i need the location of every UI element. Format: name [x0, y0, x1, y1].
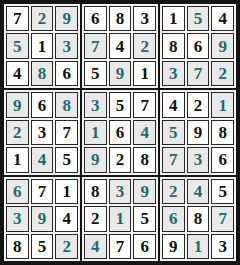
cell-r3c1-solved[interactable]: 4 [6, 61, 29, 86]
cell-r6c7-given[interactable]: 7 [162, 147, 185, 172]
cell-r8c5-given[interactable]: 1 [109, 206, 132, 231]
cell-r7c5-given[interactable]: 3 [109, 179, 132, 204]
cell-r8c8-solved[interactable]: 8 [187, 206, 210, 231]
cell-r6c1-solved[interactable]: 1 [6, 147, 29, 172]
cell-r8c3-solved[interactable]: 4 [55, 206, 78, 231]
box-1-2: 683742591 [81, 3, 159, 89]
cell-r2c5-solved[interactable]: 4 [109, 33, 132, 58]
cell-r1c8-given[interactable]: 5 [187, 6, 210, 31]
cell-r5c6-given[interactable]: 4 [133, 120, 156, 145]
cell-r4c7-solved[interactable]: 4 [162, 92, 185, 117]
cell-r1c4-solved[interactable]: 6 [84, 6, 107, 31]
box-1-3: 154869372 [159, 3, 237, 89]
cell-r1c6-solved[interactable]: 3 [133, 6, 156, 31]
cell-r7c9-solved[interactable]: 5 [211, 179, 234, 204]
cell-r4c8-solved[interactable]: 2 [187, 92, 210, 117]
cell-r1c2-given[interactable]: 2 [31, 6, 54, 31]
cell-r1c9-solved[interactable]: 4 [211, 6, 234, 31]
cell-r8c1-given[interactable]: 3 [6, 206, 29, 231]
cell-r7c1-given[interactable]: 6 [6, 179, 29, 204]
cell-r2c3-given[interactable]: 3 [55, 33, 78, 58]
box-1-1: 729513486 [3, 3, 81, 89]
cell-r6c2-given[interactable]: 4 [31, 147, 54, 172]
cell-r6c8-given[interactable]: 3 [187, 147, 210, 172]
cell-r9c7-solved[interactable]: 9 [162, 234, 185, 259]
cell-r9c8-given[interactable]: 1 [187, 234, 210, 259]
cell-r2c7-solved[interactable]: 8 [162, 33, 185, 58]
cell-r9c6-solved[interactable]: 6 [133, 234, 156, 259]
cell-r4c3-given[interactable]: 8 [55, 92, 78, 117]
cell-r6c9-solved[interactable]: 6 [211, 147, 234, 172]
cell-r4c2-solved[interactable]: 6 [31, 92, 54, 117]
box-2-3: 421598736 [159, 89, 237, 175]
cell-r5c3-solved[interactable]: 7 [55, 120, 78, 145]
cell-r2c1-given[interactable]: 5 [6, 33, 29, 58]
box-2-1: 968237145 [3, 89, 81, 175]
cell-r4c9-given[interactable]: 1 [211, 92, 234, 117]
cell-r4c5-solved[interactable]: 5 [109, 92, 132, 117]
cell-r2c9-given[interactable]: 9 [211, 33, 234, 58]
box-3-1: 671394852 [3, 176, 81, 262]
cell-r8c9-given[interactable]: 7 [211, 206, 234, 231]
cell-r9c3-given[interactable]: 2 [55, 234, 78, 259]
cell-r5c9-solved[interactable]: 8 [211, 120, 234, 145]
cell-r4c6-solved[interactable]: 7 [133, 92, 156, 117]
cell-r4c1-given[interactable]: 9 [6, 92, 29, 117]
cell-r3c9-given[interactable]: 2 [211, 61, 234, 86]
cell-r3c7-given[interactable]: 3 [162, 61, 185, 86]
cell-r8c4-solved[interactable]: 2 [84, 206, 107, 231]
cell-r9c4-given[interactable]: 4 [84, 234, 107, 259]
cell-r3c5-given[interactable]: 9 [109, 61, 132, 86]
cell-r6c5-solved[interactable]: 2 [109, 147, 132, 172]
cell-r1c3-given[interactable]: 9 [55, 6, 78, 31]
cell-r9c9-solved[interactable]: 3 [211, 234, 234, 259]
box-2-2: 357164928 [81, 89, 159, 175]
cell-r7c4-solved[interactable]: 8 [84, 179, 107, 204]
cell-r3c8-given[interactable]: 7 [187, 61, 210, 86]
sudoku-board: 7295134866837425911548693729682371453571… [0, 0, 240, 265]
cell-r6c6-solved[interactable]: 8 [133, 147, 156, 172]
cell-r2c6-given[interactable]: 2 [133, 33, 156, 58]
cell-r7c8-given[interactable]: 4 [187, 179, 210, 204]
cell-r5c4-given[interactable]: 1 [84, 120, 107, 145]
cell-r8c6-solved[interactable]: 5 [133, 206, 156, 231]
cell-r2c8-solved[interactable]: 6 [187, 33, 210, 58]
cell-r3c3-solved[interactable]: 6 [55, 61, 78, 86]
cell-r6c4-given[interactable]: 9 [84, 147, 107, 172]
box-3-2: 839215476 [81, 176, 159, 262]
cell-r1c5-solved[interactable]: 8 [109, 6, 132, 31]
cell-r8c2-given[interactable]: 9 [31, 206, 54, 231]
cell-r5c7-given[interactable]: 5 [162, 120, 185, 145]
cell-r9c2-solved[interactable]: 5 [31, 234, 54, 259]
cell-r7c3-solved[interactable]: 1 [55, 179, 78, 204]
cell-r3c6-solved[interactable]: 1 [133, 61, 156, 86]
cell-r9c1-solved[interactable]: 8 [6, 234, 29, 259]
cell-r5c2-solved[interactable]: 3 [31, 120, 54, 145]
box-3-3: 245687913 [159, 176, 237, 262]
cell-r1c1-solved[interactable]: 7 [6, 6, 29, 31]
cell-r5c1-given[interactable]: 2 [6, 120, 29, 145]
cell-r7c7-given[interactable]: 2 [162, 179, 185, 204]
cell-r4c4-given[interactable]: 3 [84, 92, 107, 117]
cell-r5c8-solved[interactable]: 9 [187, 120, 210, 145]
cell-r3c4-solved[interactable]: 5 [84, 61, 107, 86]
cell-r2c4-given[interactable]: 7 [84, 33, 107, 58]
cell-r7c2-solved[interactable]: 7 [31, 179, 54, 204]
cell-r1c7-solved[interactable]: 1 [162, 6, 185, 31]
cell-r7c6-given[interactable]: 9 [133, 179, 156, 204]
cell-r3c2-given[interactable]: 8 [31, 61, 54, 86]
cell-r9c5-solved[interactable]: 7 [109, 234, 132, 259]
cell-r6c3-solved[interactable]: 5 [55, 147, 78, 172]
cell-r5c5-solved[interactable]: 6 [109, 120, 132, 145]
cell-r2c2-solved[interactable]: 1 [31, 33, 54, 58]
cell-r8c7-given[interactable]: 6 [162, 206, 185, 231]
